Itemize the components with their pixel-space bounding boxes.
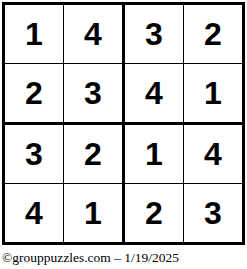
cell-r4c4[interactable]: 3 [184, 184, 242, 242]
cell-r4c2[interactable]: 1 [64, 184, 125, 242]
cell-r3c2[interactable]: 2 [64, 125, 125, 184]
sudoku-board: 1 4 3 2 2 3 4 1 3 2 1 4 4 1 2 3 [2, 2, 245, 245]
cell-r2c1[interactable]: 2 [5, 64, 64, 125]
cell-r1c4[interactable]: 2 [184, 5, 242, 64]
cell-r3c3[interactable]: 1 [125, 125, 184, 184]
cell-r2c2[interactable]: 3 [64, 64, 125, 125]
cell-r3c4[interactable]: 4 [184, 125, 242, 184]
puzzle-page: 1 4 3 2 2 3 4 1 3 2 1 4 4 1 2 3 ©grouppu… [0, 0, 247, 269]
copyright-credit: ©grouppuzzles.com – 1/19/2025 [2, 250, 245, 266]
cell-r2c3[interactable]: 4 [125, 64, 184, 125]
cell-r3c1[interactable]: 3 [5, 125, 64, 184]
cell-r1c3[interactable]: 3 [125, 5, 184, 64]
cell-r1c2[interactable]: 4 [64, 5, 125, 64]
cell-r4c3[interactable]: 2 [125, 184, 184, 242]
cell-r4c1[interactable]: 4 [5, 184, 64, 242]
cell-r2c4[interactable]: 1 [184, 64, 242, 125]
cell-r1c1[interactable]: 1 [5, 5, 64, 64]
